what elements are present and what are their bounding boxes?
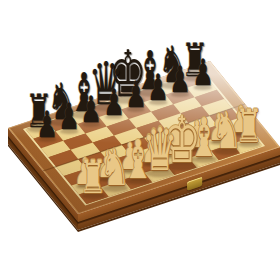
piece-black-pawn[interactable]: ♟ [125, 77, 147, 114]
piece-black-pawn[interactable]: ♟ [81, 91, 103, 128]
piece-black-pawn[interactable]: ♟ [169, 62, 191, 99]
piece-black-pawn[interactable]: ♟ [147, 69, 169, 106]
piece-black-pawn[interactable]: ♟ [192, 55, 214, 92]
piece-black-pawn[interactable]: ♟ [58, 99, 80, 136]
piece-white-rook[interactable]: ♜ [80, 154, 107, 200]
piece-black-pawn[interactable]: ♟ [103, 84, 125, 121]
chess-set-photo: ♜♞♝♛♚♝♞♜♟♟♟♟♟♟♟♟♟♟♟♟♟♟♟♟♜♞♝♛♚♝♞♜ [0, 0, 280, 280]
piece-black-pawn[interactable]: ♟ [36, 106, 58, 143]
brass-clasp-icon [187, 176, 202, 190]
